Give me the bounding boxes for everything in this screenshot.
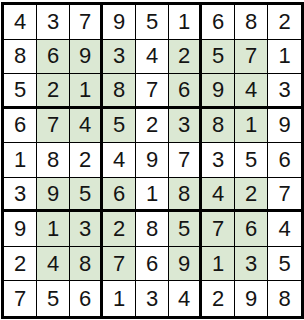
cell-r3c1[interactable]: 5: [4, 74, 37, 109]
cell-r7c5[interactable]: 8: [136, 212, 169, 247]
cell-r6c2[interactable]: 9: [37, 178, 70, 213]
cell-r8c4[interactable]: 7: [103, 247, 136, 282]
cell-r5c4[interactable]: 4: [103, 143, 136, 178]
cell-r2c5[interactable]: 4: [136, 40, 169, 75]
cell-r2c9[interactable]: 1: [268, 40, 301, 75]
cell-r3c6[interactable]: 6: [169, 74, 202, 109]
cell-r1c5[interactable]: 5: [136, 5, 169, 40]
cell-r3c9[interactable]: 3: [268, 74, 301, 109]
cell-r2c1[interactable]: 8: [4, 40, 37, 75]
cell-r5c2[interactable]: 8: [37, 143, 70, 178]
cell-r1c1[interactable]: 4: [4, 5, 37, 40]
cell-r5c8[interactable]: 5: [235, 143, 268, 178]
cell-r2c7[interactable]: 5: [202, 40, 235, 75]
cell-r4c6[interactable]: 3: [169, 109, 202, 144]
cell-r2c3[interactable]: 9: [70, 40, 103, 75]
sudoku-board: 4379516828693425715218769436745238191824…: [1, 2, 304, 319]
cell-r1c2[interactable]: 3: [37, 5, 70, 40]
cell-r2c6[interactable]: 2: [169, 40, 202, 75]
cell-r6c8[interactable]: 2: [235, 178, 268, 213]
cell-r7c1[interactable]: 9: [4, 212, 37, 247]
cell-r4c5[interactable]: 2: [136, 109, 169, 144]
cell-r9c6[interactable]: 4: [169, 281, 202, 316]
cell-r9c9[interactable]: 8: [268, 281, 301, 316]
cell-r7c7[interactable]: 7: [202, 212, 235, 247]
cell-r7c4[interactable]: 2: [103, 212, 136, 247]
cell-r5c5[interactable]: 9: [136, 143, 169, 178]
cell-r5c9[interactable]: 6: [268, 143, 301, 178]
cell-r1c3[interactable]: 7: [70, 5, 103, 40]
cell-r3c5[interactable]: 7: [136, 74, 169, 109]
cell-r8c7[interactable]: 1: [202, 247, 235, 282]
cell-r4c1[interactable]: 6: [4, 109, 37, 144]
cell-r6c3[interactable]: 5: [70, 178, 103, 213]
cell-r2c2[interactable]: 6: [37, 40, 70, 75]
cell-r7c2[interactable]: 1: [37, 212, 70, 247]
cell-r5c7[interactable]: 3: [202, 143, 235, 178]
cell-r5c3[interactable]: 2: [70, 143, 103, 178]
cell-r8c8[interactable]: 3: [235, 247, 268, 282]
cell-r2c4[interactable]: 3: [103, 40, 136, 75]
cell-r9c1[interactable]: 7: [4, 281, 37, 316]
cell-r7c3[interactable]: 3: [70, 212, 103, 247]
cell-r8c5[interactable]: 6: [136, 247, 169, 282]
cell-r1c7[interactable]: 6: [202, 5, 235, 40]
cell-r4c8[interactable]: 1: [235, 109, 268, 144]
cell-r4c9[interactable]: 9: [268, 109, 301, 144]
cell-r6c4[interactable]: 6: [103, 178, 136, 213]
cell-r9c8[interactable]: 9: [235, 281, 268, 316]
cell-r3c7[interactable]: 9: [202, 74, 235, 109]
cell-r5c6[interactable]: 7: [169, 143, 202, 178]
cell-r4c4[interactable]: 5: [103, 109, 136, 144]
cell-r8c3[interactable]: 8: [70, 247, 103, 282]
cell-r3c8[interactable]: 4: [235, 74, 268, 109]
cell-r3c4[interactable]: 8: [103, 74, 136, 109]
cell-r8c1[interactable]: 2: [4, 247, 37, 282]
cell-r1c4[interactable]: 9: [103, 5, 136, 40]
cell-r7c9[interactable]: 4: [268, 212, 301, 247]
cell-r6c9[interactable]: 7: [268, 178, 301, 213]
cell-r1c6[interactable]: 1: [169, 5, 202, 40]
cell-r8c9[interactable]: 5: [268, 247, 301, 282]
cell-r6c6[interactable]: 8: [169, 178, 202, 213]
cell-r6c5[interactable]: 1: [136, 178, 169, 213]
cell-r9c4[interactable]: 1: [103, 281, 136, 316]
cell-r4c7[interactable]: 8: [202, 109, 235, 144]
cell-r9c7[interactable]: 2: [202, 281, 235, 316]
cell-r1c9[interactable]: 2: [268, 5, 301, 40]
cell-r7c8[interactable]: 6: [235, 212, 268, 247]
cell-r3c2[interactable]: 2: [37, 74, 70, 109]
cell-r2c8[interactable]: 7: [235, 40, 268, 75]
cell-r4c2[interactable]: 7: [37, 109, 70, 144]
cell-r8c6[interactable]: 9: [169, 247, 202, 282]
cell-r7c6[interactable]: 5: [169, 212, 202, 247]
cell-r1c8[interactable]: 8: [235, 5, 268, 40]
cell-r9c3[interactable]: 6: [70, 281, 103, 316]
cell-r6c1[interactable]: 3: [4, 178, 37, 213]
page: 4379516828693425715218769436745238191824…: [0, 0, 304, 319]
cell-r9c2[interactable]: 5: [37, 281, 70, 316]
cell-r5c1[interactable]: 1: [4, 143, 37, 178]
cell-r8c2[interactable]: 4: [37, 247, 70, 282]
cell-r3c3[interactable]: 1: [70, 74, 103, 109]
cell-r6c7[interactable]: 4: [202, 178, 235, 213]
cell-r9c5[interactable]: 3: [136, 281, 169, 316]
cell-r4c3[interactable]: 4: [70, 109, 103, 144]
